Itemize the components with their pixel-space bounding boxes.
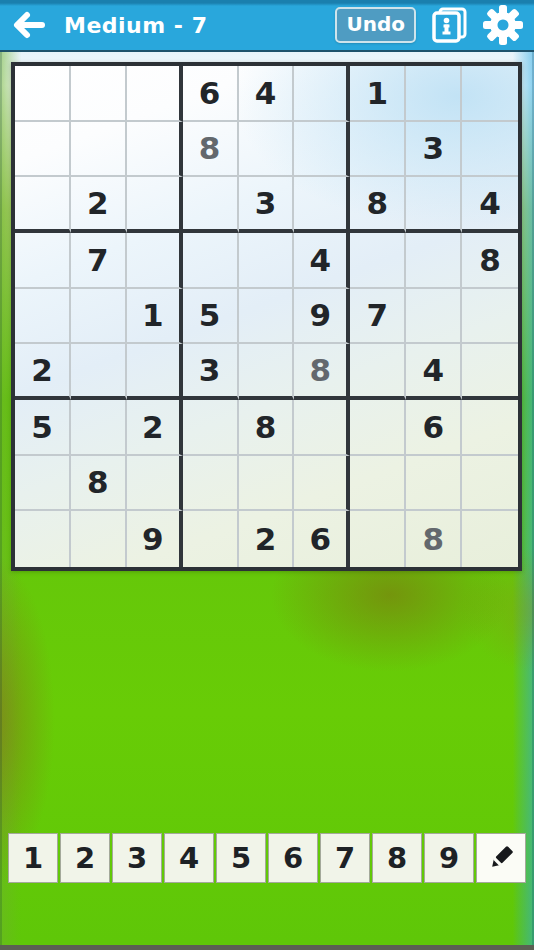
cell-r2c6[interactable] xyxy=(294,122,350,178)
cell-r4c5[interactable] xyxy=(239,233,295,289)
cell-r7c3[interactable]: 2 xyxy=(127,400,183,456)
cell-r9c6[interactable]: 6 xyxy=(294,511,350,567)
cell-r5c1[interactable] xyxy=(15,289,71,345)
numpad-key-2[interactable]: 2 xyxy=(60,833,110,883)
cell-r9c8[interactable]: 8 xyxy=(406,511,462,567)
settings-button[interactable] xyxy=(482,4,524,46)
cell-r5c8[interactable] xyxy=(406,289,462,345)
cell-r1c9[interactable] xyxy=(462,66,518,122)
cell-r1c6[interactable] xyxy=(294,66,350,122)
cell-r7c1[interactable]: 5 xyxy=(15,400,71,456)
cell-r6c7[interactable] xyxy=(350,344,406,400)
cell-r4c1[interactable] xyxy=(15,233,71,289)
sudoku-board: 64183238474815972384528689268 xyxy=(11,62,522,571)
rules-book-icon xyxy=(429,5,469,45)
cell-r2c5[interactable] xyxy=(239,122,295,178)
numpad-key-1[interactable]: 1 xyxy=(8,833,58,883)
cell-r8c1[interactable] xyxy=(15,456,71,512)
cell-r2c3[interactable] xyxy=(127,122,183,178)
cell-r2c7[interactable] xyxy=(350,122,406,178)
cell-r8c6[interactable] xyxy=(294,456,350,512)
cell-r5c4[interactable]: 5 xyxy=(183,289,239,345)
cell-r9c4[interactable] xyxy=(183,511,239,567)
cell-r3c4[interactable] xyxy=(183,177,239,233)
back-button[interactable] xyxy=(12,10,46,40)
cell-r6c1[interactable]: 2 xyxy=(15,344,71,400)
cell-r6c9[interactable] xyxy=(462,344,518,400)
cell-r9c3[interactable]: 9 xyxy=(127,511,183,567)
cell-r4c9[interactable]: 8 xyxy=(462,233,518,289)
cell-r7c7[interactable] xyxy=(350,400,406,456)
cell-r8c8[interactable] xyxy=(406,456,462,512)
cell-r1c2[interactable] xyxy=(71,66,127,122)
cell-r7c9[interactable] xyxy=(462,400,518,456)
numpad: 123456789 xyxy=(8,833,526,883)
cell-r4c8[interactable] xyxy=(406,233,462,289)
cell-r5c3[interactable]: 1 xyxy=(127,289,183,345)
cell-r6c5[interactable] xyxy=(239,344,295,400)
cell-r9c2[interactable] xyxy=(71,511,127,567)
gear-icon xyxy=(482,4,524,46)
pencil-button[interactable] xyxy=(476,833,526,883)
cell-r9c9[interactable] xyxy=(462,511,518,567)
cell-r4c7[interactable] xyxy=(350,233,406,289)
cell-r1c8[interactable] xyxy=(406,66,462,122)
cell-r3c2[interactable]: 2 xyxy=(71,177,127,233)
cell-r3c6[interactable] xyxy=(294,177,350,233)
undo-button[interactable]: Undo xyxy=(335,7,416,43)
cell-r8c2[interactable]: 8 xyxy=(71,456,127,512)
cell-r5c2[interactable] xyxy=(71,289,127,345)
cell-r1c1[interactable] xyxy=(15,66,71,122)
cell-r6c2[interactable] xyxy=(71,344,127,400)
top-bar: Medium - 7 Undo xyxy=(0,0,534,52)
numpad-key-9[interactable]: 9 xyxy=(424,833,474,883)
cell-r8c7[interactable] xyxy=(350,456,406,512)
cell-r6c8[interactable]: 4 xyxy=(406,344,462,400)
numpad-key-6[interactable]: 6 xyxy=(268,833,318,883)
cell-r7c2[interactable] xyxy=(71,400,127,456)
cell-r5c6[interactable]: 9 xyxy=(294,289,350,345)
cell-r4c3[interactable] xyxy=(127,233,183,289)
cell-r4c2[interactable]: 7 xyxy=(71,233,127,289)
cell-r6c6[interactable]: 8 xyxy=(294,344,350,400)
numpad-key-4[interactable]: 4 xyxy=(164,833,214,883)
cell-r4c6[interactable]: 4 xyxy=(294,233,350,289)
cell-r3c7[interactable]: 8 xyxy=(350,177,406,233)
cell-r9c1[interactable] xyxy=(15,511,71,567)
numpad-key-7[interactable]: 7 xyxy=(320,833,370,883)
cell-r7c4[interactable] xyxy=(183,400,239,456)
cell-r2c2[interactable] xyxy=(71,122,127,178)
cell-r8c4[interactable] xyxy=(183,456,239,512)
cell-r7c5[interactable]: 8 xyxy=(239,400,295,456)
cell-r2c9[interactable] xyxy=(462,122,518,178)
numpad-key-5[interactable]: 5 xyxy=(216,833,266,883)
cell-r5c5[interactable] xyxy=(239,289,295,345)
cell-r8c9[interactable] xyxy=(462,456,518,512)
cell-r4c4[interactable] xyxy=(183,233,239,289)
numpad-key-3[interactable]: 3 xyxy=(112,833,162,883)
pencil-icon xyxy=(486,843,516,873)
cell-r6c4[interactable]: 3 xyxy=(183,344,239,400)
cell-r9c5[interactable]: 2 xyxy=(239,511,295,567)
cell-r8c5[interactable] xyxy=(239,456,295,512)
page-title: Medium - 7 xyxy=(58,13,323,38)
back-arrow-icon xyxy=(12,10,46,40)
cell-r2c4[interactable]: 8 xyxy=(183,122,239,178)
cell-r1c3[interactable] xyxy=(127,66,183,122)
cell-r9c7[interactable] xyxy=(350,511,406,567)
cell-r3c5[interactable]: 3 xyxy=(239,177,295,233)
cell-r2c1[interactable] xyxy=(15,122,71,178)
cell-r3c1[interactable] xyxy=(15,177,71,233)
cell-r7c6[interactable] xyxy=(294,400,350,456)
rules-button[interactable] xyxy=(428,4,470,46)
cell-r5c7[interactable]: 7 xyxy=(350,289,406,345)
cell-r8c3[interactable] xyxy=(127,456,183,512)
cell-r1c4[interactable]: 6 xyxy=(183,66,239,122)
app-screen: Medium - 7 Undo xyxy=(0,0,534,950)
cell-r7c8[interactable]: 6 xyxy=(406,400,462,456)
cell-r3c9[interactable]: 4 xyxy=(462,177,518,233)
cell-r3c3[interactable] xyxy=(127,177,183,233)
cell-r3c8[interactable] xyxy=(406,177,462,233)
cell-r1c7[interactable]: 1 xyxy=(350,66,406,122)
bottom-strip xyxy=(0,945,534,950)
numpad-key-8[interactable]: 8 xyxy=(372,833,422,883)
cell-r6c3[interactable] xyxy=(127,344,183,400)
cell-r5c9[interactable] xyxy=(462,289,518,345)
cell-r2c8[interactable]: 3 xyxy=(406,122,462,178)
cell-r1c5[interactable]: 4 xyxy=(239,66,295,122)
